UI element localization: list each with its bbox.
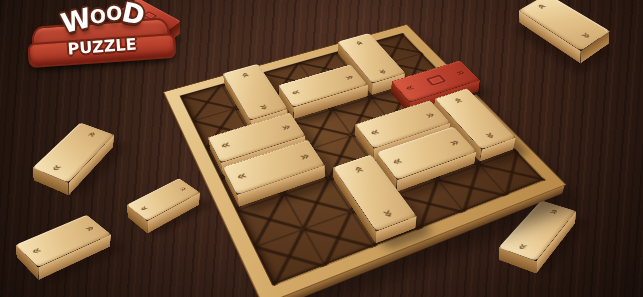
slide-arrow-icon: » bbox=[375, 67, 390, 75]
slide-arrow-icon: » bbox=[379, 207, 398, 219]
logo-wordmark: WOOD bbox=[26, 0, 178, 34]
game-logo: WOOD PUZZLE bbox=[26, 0, 178, 74]
loose-block-body: »» bbox=[519, 6, 608, 64]
slide-arrow-icon: » bbox=[256, 102, 272, 111]
logo-letter: D bbox=[119, 0, 147, 31]
slide-arrow-icon: » bbox=[138, 205, 151, 214]
slide-arrow-icon: » bbox=[482, 130, 499, 140]
slide-arrow-icon: » bbox=[82, 223, 98, 233]
slide-arrow-icon: » bbox=[343, 72, 356, 81]
loose-block-body: »» bbox=[17, 227, 110, 280]
slide-arrow-icon: » bbox=[390, 156, 406, 168]
slide-arrow-icon: » bbox=[578, 30, 595, 41]
slide-arrow-icon: » bbox=[422, 109, 437, 120]
loose-block-body: »» bbox=[128, 190, 199, 233]
slide-arrow-icon: » bbox=[48, 163, 66, 173]
slide-arrow-icon: » bbox=[454, 68, 468, 77]
slide-arrow-icon: » bbox=[219, 140, 233, 152]
slide-arrow-icon: » bbox=[237, 71, 252, 79]
slide-arrow-icon: » bbox=[351, 40, 366, 47]
scene: »»»»»»»»»»»» »»»»»»»»»»»»»»»»»»»» WOOD P… bbox=[0, 0, 643, 297]
slide-arrow-icon: » bbox=[297, 150, 312, 162]
logo-letter: O bbox=[88, 0, 107, 31]
slide-arrow-icon: » bbox=[446, 136, 462, 148]
slide-arrow-icon: » bbox=[235, 170, 250, 183]
slide-arrow-icon: » bbox=[289, 88, 302, 98]
slide-arrow-icon: » bbox=[403, 83, 417, 93]
loose-block-body: »» bbox=[34, 135, 114, 196]
exit-emblem-icon bbox=[426, 75, 446, 86]
slide-arrow-icon: » bbox=[29, 246, 45, 257]
slide-arrow-icon: » bbox=[450, 96, 466, 105]
slide-arrow-icon: » bbox=[533, 2, 549, 12]
slide-arrow-icon: » bbox=[279, 122, 293, 133]
slide-arrow-icon: » bbox=[350, 164, 368, 175]
slide-arrow-icon: » bbox=[368, 127, 383, 138]
slide-arrow-icon: » bbox=[83, 130, 99, 139]
slide-arrow-icon: » bbox=[514, 242, 532, 252]
slide-arrow-icon: » bbox=[177, 185, 189, 193]
